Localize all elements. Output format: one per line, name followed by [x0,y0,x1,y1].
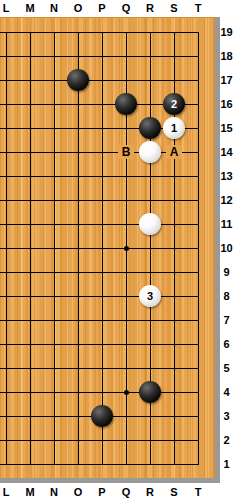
coord-label-bottom-P: P [90,484,114,500]
coord-label-bottom-N: N [42,484,66,500]
coord-label-right-1: 1 [219,456,234,472]
stone-white-R11 [139,213,161,235]
coord-label-right-13: 13 [219,168,234,184]
coord-label-right-9: 9 [219,264,234,280]
annotation-label-A: A [166,145,182,159]
coord-label-right-16: 16 [219,96,234,112]
grid-line-col-T [198,32,199,465]
grid-line-col-O [78,32,79,465]
grid-line-col-P [102,32,103,465]
coord-label-top-M: M [18,0,42,16]
coord-label-right-8: 8 [219,288,234,304]
coord-label-right-19: 19 [219,24,234,40]
stone-white-S15: 1 [163,117,185,139]
coord-label-top-O: O [66,0,90,16]
coord-label-right-7: 7 [219,312,234,328]
board-shadow-bottom [0,478,220,483]
coord-label-bottom-S: S [162,484,186,500]
coord-label-top-S: S [162,0,186,16]
coord-label-right-2: 2 [219,432,234,448]
coord-label-right-17: 17 [219,72,234,88]
stone-black-R15 [139,117,161,139]
stone-black-R4 [139,381,161,403]
grid-line-col-L [6,32,7,465]
coord-label-top-N: N [42,0,66,16]
stone-black-P3 [91,405,113,427]
coord-label-right-12: 12 [219,192,234,208]
stone-move-number: 2 [163,93,185,115]
coord-label-top-R: R [138,0,162,16]
coord-label-right-3: 3 [219,408,234,424]
stone-black-Q16 [115,93,137,115]
coord-label-right-4: 4 [219,384,234,400]
coord-label-bottom-O: O [66,484,90,500]
stone-move-number: 3 [139,285,161,307]
coord-label-top-Q: Q [114,0,138,16]
coord-label-right-11: 11 [219,216,234,232]
stone-black-O17 [67,69,89,91]
coord-label-bottom-Q: Q [114,484,138,500]
coord-label-right-14: 14 [219,144,234,160]
coord-label-right-18: 18 [219,48,234,64]
star-point-Q4 [124,390,129,395]
coord-label-top-L: L [0,0,18,16]
coord-label-top-P: P [90,0,114,16]
stone-white-R14 [139,141,161,163]
coord-label-right-6: 6 [219,336,234,352]
stone-white-R8: 3 [139,285,161,307]
annotation-label-B: B [118,145,134,159]
coord-label-bottom-M: M [18,484,42,500]
coord-label-bottom-T: T [186,484,210,500]
stone-move-number: 1 [163,117,185,139]
coord-label-right-10: 10 [219,240,234,256]
grid-line-col-N [54,32,55,465]
grid-line-col-M [30,32,31,465]
coord-label-bottom-L: L [0,484,18,500]
stone-black-S16: 2 [163,93,185,115]
coord-label-right-5: 5 [219,360,234,376]
coord-label-top-T: T [186,0,210,16]
coord-label-right-15: 15 [219,120,234,136]
star-point-Q10 [124,246,129,251]
coord-label-bottom-R: R [138,484,162,500]
go-board-diagram: AB213 LLMMNNOOPPQQRRSSTT1918171615141312… [0,0,236,500]
